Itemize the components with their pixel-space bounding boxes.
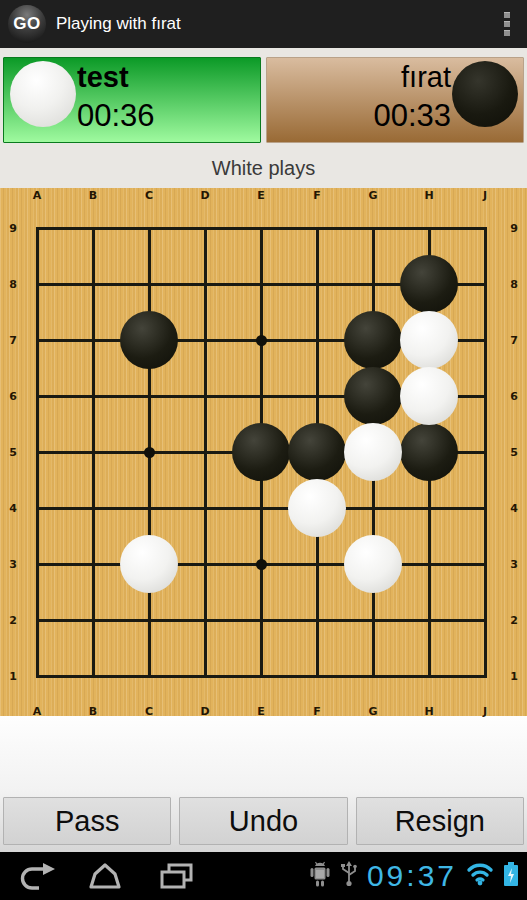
turn-status-bar: White plays bbox=[0, 148, 527, 188]
coord-right-5: 5 bbox=[510, 446, 518, 459]
battery-icon bbox=[503, 861, 519, 891]
white-player-name: test bbox=[77, 59, 129, 95]
black-stone-avatar bbox=[452, 61, 518, 127]
home-icon[interactable] bbox=[82, 852, 128, 900]
overflow-menu-icon[interactable] bbox=[495, 7, 519, 41]
coord-bottom-F: F bbox=[313, 705, 321, 718]
hoshi-point-E3 bbox=[256, 559, 267, 570]
coord-top-E: E bbox=[257, 189, 265, 202]
coord-right-4: 4 bbox=[510, 502, 518, 515]
back-icon[interactable] bbox=[14, 852, 60, 900]
coord-top-H: H bbox=[424, 189, 433, 202]
black-stone-H5 bbox=[400, 423, 458, 481]
coord-top-G: G bbox=[368, 189, 377, 202]
coord-left-3: 3 bbox=[9, 558, 17, 571]
black-stone-G7 bbox=[344, 311, 402, 369]
coord-left-1: 1 bbox=[9, 670, 17, 683]
game-button-row: Pass Undo Resign bbox=[3, 797, 524, 845]
coord-bottom-C: C bbox=[145, 705, 153, 718]
black-player-panel: fırat 00:33 bbox=[266, 57, 524, 143]
white-stone-G5 bbox=[344, 423, 402, 481]
coord-bottom-D: D bbox=[200, 705, 209, 718]
status-icon-cluster: 09:37 bbox=[309, 852, 519, 900]
coord-right-7: 7 bbox=[510, 334, 518, 347]
pass-button[interactable]: Pass bbox=[3, 797, 171, 845]
black-stone-H8 bbox=[400, 255, 458, 313]
app-logo-icon: GO bbox=[8, 5, 46, 43]
coord-left-5: 5 bbox=[9, 446, 17, 459]
coord-bottom-J: J bbox=[483, 705, 487, 718]
coord-bottom-B: B bbox=[89, 705, 97, 718]
resign-button[interactable]: Resign bbox=[356, 797, 524, 845]
coord-top-A: A bbox=[33, 189, 42, 202]
coord-bottom-H: H bbox=[424, 705, 433, 718]
player-panels: test 00:36 fırat 00:33 bbox=[0, 48, 527, 148]
coord-bottom-E: E bbox=[257, 705, 265, 718]
go-board[interactable]: AABBCCDDEEFFGGHHJJ998877665544332211 bbox=[0, 188, 527, 716]
turn-status-text: White plays bbox=[212, 157, 315, 180]
app-title: Playing with fırat bbox=[56, 14, 495, 34]
coord-bottom-G: G bbox=[368, 705, 377, 718]
coord-top-J: J bbox=[483, 189, 487, 202]
recents-icon[interactable] bbox=[156, 852, 198, 900]
black-stone-F5 bbox=[288, 423, 346, 481]
coord-top-F: F bbox=[313, 189, 321, 202]
coord-left-6: 6 bbox=[9, 390, 17, 403]
black-stone-C7 bbox=[120, 311, 178, 369]
coord-left-7: 7 bbox=[9, 334, 17, 347]
hoshi-point-C5 bbox=[144, 447, 155, 458]
coord-left-8: 8 bbox=[9, 278, 17, 291]
coord-right-9: 9 bbox=[510, 222, 518, 235]
action-bar: GO Playing with fırat bbox=[0, 0, 527, 48]
coord-bottom-A: A bbox=[33, 705, 42, 718]
hoshi-point-E7 bbox=[256, 335, 267, 346]
coord-top-B: B bbox=[89, 189, 97, 202]
lower-panel: Pass Undo Resign bbox=[0, 716, 527, 852]
white-stone-F4 bbox=[288, 479, 346, 537]
usb-debug-icon bbox=[340, 861, 358, 891]
white-stone-avatar bbox=[10, 61, 76, 127]
coord-top-D: D bbox=[200, 189, 209, 202]
black-player-name: fırat bbox=[401, 59, 451, 95]
black-player-clock: 00:33 bbox=[373, 95, 451, 137]
wifi-icon bbox=[466, 862, 494, 890]
android-navigation-bar: 09:37 bbox=[0, 852, 527, 900]
coord-left-9: 9 bbox=[9, 222, 17, 235]
white-stone-C3 bbox=[120, 535, 178, 593]
black-stone-G6 bbox=[344, 367, 402, 425]
coord-right-3: 3 bbox=[510, 558, 518, 571]
status-clock: 09:37 bbox=[367, 852, 457, 900]
white-stone-H6 bbox=[400, 367, 458, 425]
white-player-clock: 00:36 bbox=[77, 95, 155, 137]
coord-top-C: C bbox=[145, 189, 153, 202]
white-stone-H7 bbox=[400, 311, 458, 369]
coord-left-2: 2 bbox=[9, 614, 17, 627]
coord-left-4: 4 bbox=[9, 502, 17, 515]
undo-button[interactable]: Undo bbox=[179, 797, 347, 845]
coord-right-2: 2 bbox=[510, 614, 518, 627]
adb-robot-icon bbox=[309, 861, 331, 891]
white-player-panel: test 00:36 bbox=[3, 57, 261, 143]
coord-right-1: 1 bbox=[510, 670, 518, 683]
black-stone-E5 bbox=[232, 423, 290, 481]
coord-right-6: 6 bbox=[510, 390, 518, 403]
white-stone-G3 bbox=[344, 535, 402, 593]
coord-right-8: 8 bbox=[510, 278, 518, 291]
